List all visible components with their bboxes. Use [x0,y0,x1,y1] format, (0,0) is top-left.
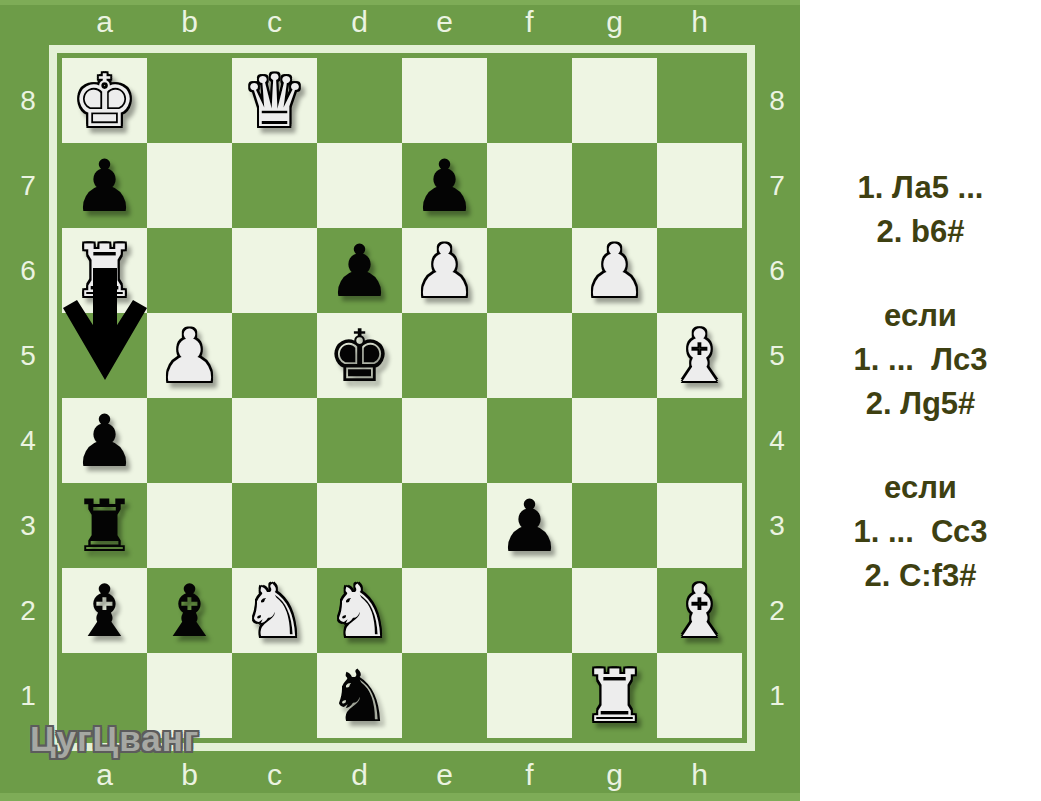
square-g1: ♜ [572,653,657,738]
rank-label-8: 8 [752,58,802,143]
solution-spacer [800,254,1041,294]
piece-white-king: ♚ [72,65,137,137]
rank-label-3: 3 [752,483,802,568]
solution-line: 1. ... Лс3 [800,338,1041,382]
square-b5: ♟ [147,313,232,398]
board-panel: abcdefgh abcdefgh 87654321 87654321 ♚♛♟♟… [0,0,800,801]
file-label-g: g [572,0,657,44]
solution-panel: 1. Ла5 ...2. b6#если1. ... Лс32. Лg5#есл… [800,166,1041,598]
square-c3 [232,483,317,568]
square-b6 [147,228,232,313]
square-b2: ♝ [147,568,232,653]
square-e3 [402,483,487,568]
piece-black-king: ♚ [327,320,392,392]
file-label-c: c [232,752,317,798]
file-labels-top: abcdefgh [62,0,742,44]
file-label-g: g [572,752,657,798]
file-label-h: h [657,752,742,798]
square-f2 [487,568,572,653]
piece-black-pawn: ♟ [497,490,562,562]
square-a6: ♜ [62,228,147,313]
piece-white-knight: ♞ [242,575,307,647]
square-d8 [317,58,402,143]
rank-label-7: 7 [752,143,802,228]
solution-line: 1. Ла5 ... [800,166,1041,210]
piece-white-knight: ♞ [327,575,392,647]
square-h4 [657,398,742,483]
square-a8: ♚ [62,58,147,143]
square-a2: ♝ [62,568,147,653]
rank-label-1: 1 [752,653,802,738]
square-h3 [657,483,742,568]
square-d7 [317,143,402,228]
solution-line: если [800,466,1041,510]
piece-black-pawn: ♟ [72,150,137,222]
square-c2: ♞ [232,568,317,653]
square-f8 [487,58,572,143]
square-g5 [572,313,657,398]
solution-line: 2. С:f3# [800,554,1041,598]
square-c5 [232,313,317,398]
piece-black-bishop: ♝ [72,575,137,647]
square-d1: ♞ [317,653,402,738]
solution-line: 1. ... Сс3 [800,510,1041,554]
piece-white-pawn: ♟ [582,235,647,307]
square-e7: ♟ [402,143,487,228]
solution-line: 2. Лg5# [800,382,1041,426]
file-label-c: c [232,0,317,44]
piece-white-bishop: ♝ [667,575,732,647]
file-label-b: b [147,0,232,44]
rank-labels-right: 87654321 [752,58,802,738]
square-b7 [147,143,232,228]
file-label-f: f [487,752,572,798]
square-c7 [232,143,317,228]
rank-label-2: 2 [0,568,56,653]
rank-label-7: 7 [0,143,56,228]
square-d5: ♚ [317,313,402,398]
square-h8 [657,58,742,143]
file-label-e: e [402,0,487,44]
rank-label-6: 6 [0,228,56,313]
square-g4 [572,398,657,483]
square-c8: ♛ [232,58,317,143]
piece-black-rook: ♜ [72,490,137,562]
piece-white-rook: ♜ [72,235,137,307]
square-h2: ♝ [657,568,742,653]
square-e6: ♟ [402,228,487,313]
solution-line: 2. b6# [800,210,1041,254]
square-h7 [657,143,742,228]
square-d6: ♟ [317,228,402,313]
file-label-h: h [657,0,742,44]
square-b4 [147,398,232,483]
square-c4 [232,398,317,483]
square-h5: ♝ [657,313,742,398]
square-h6 [657,228,742,313]
file-label-d: d [317,0,402,44]
square-a3: ♜ [62,483,147,568]
square-d3 [317,483,402,568]
square-f7 [487,143,572,228]
piece-black-knight: ♞ [327,660,392,732]
square-c6 [232,228,317,313]
square-f6 [487,228,572,313]
square-d2: ♞ [317,568,402,653]
piece-black-bishop: ♝ [157,575,222,647]
square-g3 [572,483,657,568]
rank-label-5: 5 [0,313,56,398]
rank-label-2: 2 [752,568,802,653]
square-h1 [657,653,742,738]
piece-white-pawn: ♟ [157,320,222,392]
file-label-f: f [487,0,572,44]
watermark: ЦугЦванг [30,719,199,759]
piece-black-pawn: ♟ [327,235,392,307]
square-b3 [147,483,232,568]
rank-label-4: 4 [752,398,802,483]
piece-white-pawn: ♟ [412,235,477,307]
rank-labels-left: 87654321 [0,58,56,738]
square-f1 [487,653,572,738]
square-e4 [402,398,487,483]
square-g7 [572,143,657,228]
piece-white-bishop: ♝ [667,320,732,392]
file-label-e: e [402,752,487,798]
square-g2 [572,568,657,653]
piece-black-pawn: ♟ [412,150,477,222]
square-e2 [402,568,487,653]
square-g6: ♟ [572,228,657,313]
rank-label-5: 5 [752,313,802,398]
solution-line: если [800,294,1041,338]
rank-label-8: 8 [0,58,56,143]
square-f4 [487,398,572,483]
piece-black-pawn: ♟ [72,405,137,477]
square-d4 [317,398,402,483]
square-e8 [402,58,487,143]
piece-white-queen: ♛ [242,65,307,137]
rank-label-3: 3 [0,483,56,568]
square-c1 [232,653,317,738]
rank-label-4: 4 [0,398,56,483]
square-g8 [572,58,657,143]
rank-label-6: 6 [752,228,802,313]
square-e5 [402,313,487,398]
square-f5 [487,313,572,398]
piece-white-rook: ♜ [582,660,647,732]
file-label-d: d [317,752,402,798]
chess-board: ♚♛♟♟♜♟♟♟♟♚♝♟♜♟♝♝♞♞♝♞♜ [62,58,742,738]
square-a4: ♟ [62,398,147,483]
board-frame: ♚♛♟♟♜♟♟♟♟♚♝♟♜♟♝♝♞♞♝♞♜ [49,45,755,751]
file-label-a: a [62,0,147,44]
square-b8 [147,58,232,143]
square-a5 [62,313,147,398]
square-a7: ♟ [62,143,147,228]
square-f3: ♟ [487,483,572,568]
solution-spacer [800,426,1041,466]
square-e1 [402,653,487,738]
